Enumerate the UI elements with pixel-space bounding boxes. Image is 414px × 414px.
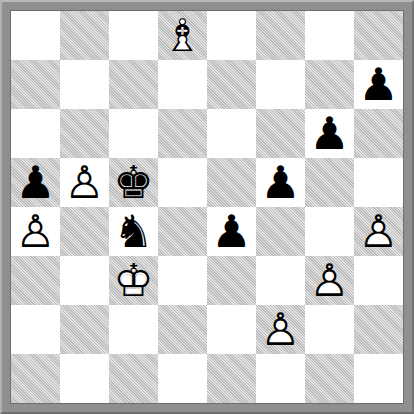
square-d6[interactable] — [158, 109, 207, 158]
square-a8[interactable] — [11, 11, 60, 60]
square-f5[interactable]: ♟ — [256, 158, 305, 207]
piece-glyph-fill: ♟ — [257, 307, 303, 353]
square-e2[interactable] — [207, 305, 256, 354]
square-a7[interactable] — [11, 60, 60, 109]
piece-black-knight: ♞ — [109, 207, 158, 256]
square-h6[interactable] — [354, 109, 403, 158]
square-f8[interactable] — [256, 11, 305, 60]
piece-glyph: ♔ — [109, 256, 158, 305]
piece-glyph-fill: ♟ — [12, 209, 58, 255]
square-e6[interactable] — [207, 109, 256, 158]
square-a3[interactable] — [11, 256, 60, 305]
piece-glyph: ♟ — [305, 109, 354, 158]
square-c7[interactable] — [109, 60, 158, 109]
square-f1[interactable] — [256, 354, 305, 403]
square-a1[interactable] — [11, 354, 60, 403]
piece-white-pawn: ♟♙ — [256, 305, 305, 354]
square-b3[interactable] — [60, 256, 109, 305]
square-e8[interactable] — [207, 11, 256, 60]
piece-glyph-fill: ♟ — [355, 209, 401, 255]
piece-white-pawn: ♟♙ — [305, 256, 354, 305]
square-g4[interactable] — [305, 207, 354, 256]
square-d4[interactable] — [158, 207, 207, 256]
piece-black-pawn: ♟ — [256, 158, 305, 207]
square-b8[interactable] — [60, 11, 109, 60]
square-c3[interactable]: ♚♔ — [109, 256, 158, 305]
square-d7[interactable] — [158, 60, 207, 109]
square-a4[interactable]: ♟♙ — [11, 207, 60, 256]
square-a5[interactable]: ♟ — [11, 158, 60, 207]
square-b2[interactable] — [60, 305, 109, 354]
square-d2[interactable] — [158, 305, 207, 354]
square-c6[interactable] — [109, 109, 158, 158]
chess-board: ♝♗♟♟♟♟♙♚♟♟♙♞♟♟♙♚♔♟♙♟♙ — [10, 10, 404, 404]
board-frame: ♝♗♟♟♟♟♙♚♟♟♙♞♟♟♙♚♔♟♙♟♙ — [0, 0, 414, 414]
square-d5[interactable] — [158, 158, 207, 207]
piece-black-king: ♚ — [109, 158, 158, 207]
square-h3[interactable] — [354, 256, 403, 305]
piece-glyph: ♙ — [11, 207, 60, 256]
square-b6[interactable] — [60, 109, 109, 158]
piece-glyph: ♟ — [354, 60, 403, 109]
square-g6[interactable]: ♟ — [305, 109, 354, 158]
piece-white-king: ♚♔ — [109, 256, 158, 305]
square-c1[interactable] — [109, 354, 158, 403]
piece-glyph: ♞ — [109, 207, 158, 256]
square-e7[interactable] — [207, 60, 256, 109]
piece-glyph: ♟ — [207, 207, 256, 256]
piece-white-pawn: ♟♙ — [11, 207, 60, 256]
square-a6[interactable] — [11, 109, 60, 158]
square-d3[interactable] — [158, 256, 207, 305]
square-f2[interactable]: ♟♙ — [256, 305, 305, 354]
square-e3[interactable] — [207, 256, 256, 305]
square-f3[interactable] — [256, 256, 305, 305]
piece-white-pawn: ♟♙ — [354, 207, 403, 256]
piece-white-bishop: ♝♗ — [158, 11, 207, 60]
square-f4[interactable] — [256, 207, 305, 256]
square-a2[interactable] — [11, 305, 60, 354]
piece-glyph-fill: ♚ — [110, 258, 156, 304]
piece-glyph: ♙ — [256, 305, 305, 354]
square-b1[interactable] — [60, 354, 109, 403]
square-b7[interactable] — [60, 60, 109, 109]
square-h5[interactable] — [354, 158, 403, 207]
piece-glyph: ♟ — [11, 158, 60, 207]
piece-white-pawn: ♟♙ — [60, 158, 109, 207]
square-g3[interactable]: ♟♙ — [305, 256, 354, 305]
square-h1[interactable] — [354, 354, 403, 403]
square-d8[interactable]: ♝♗ — [158, 11, 207, 60]
square-h2[interactable] — [354, 305, 403, 354]
piece-glyph-fill: ♟ — [61, 160, 107, 206]
square-e5[interactable] — [207, 158, 256, 207]
piece-black-pawn: ♟ — [207, 207, 256, 256]
square-f7[interactable] — [256, 60, 305, 109]
square-c4[interactable]: ♞ — [109, 207, 158, 256]
square-c5[interactable]: ♚ — [109, 158, 158, 207]
piece-glyph-fill: ♝ — [159, 13, 205, 59]
square-g2[interactable] — [305, 305, 354, 354]
piece-glyph-fill: ♟ — [306, 258, 352, 304]
piece-glyph: ♚ — [109, 158, 158, 207]
square-e4[interactable]: ♟ — [207, 207, 256, 256]
piece-glyph: ♙ — [354, 207, 403, 256]
square-c8[interactable] — [109, 11, 158, 60]
square-b4[interactable] — [60, 207, 109, 256]
square-b5[interactable]: ♟♙ — [60, 158, 109, 207]
square-h7[interactable]: ♟ — [354, 60, 403, 109]
square-g7[interactable] — [305, 60, 354, 109]
piece-black-pawn: ♟ — [11, 158, 60, 207]
square-f6[interactable] — [256, 109, 305, 158]
square-e1[interactable] — [207, 354, 256, 403]
piece-glyph: ♙ — [60, 158, 109, 207]
square-h8[interactable] — [354, 11, 403, 60]
square-h4[interactable]: ♟♙ — [354, 207, 403, 256]
square-g1[interactable] — [305, 354, 354, 403]
square-g5[interactable] — [305, 158, 354, 207]
square-c2[interactable] — [109, 305, 158, 354]
piece-black-pawn: ♟ — [305, 109, 354, 158]
piece-glyph: ♙ — [305, 256, 354, 305]
square-g8[interactable] — [305, 11, 354, 60]
piece-glyph: ♗ — [158, 11, 207, 60]
piece-black-pawn: ♟ — [354, 60, 403, 109]
square-d1[interactable] — [158, 354, 207, 403]
piece-glyph: ♟ — [256, 158, 305, 207]
